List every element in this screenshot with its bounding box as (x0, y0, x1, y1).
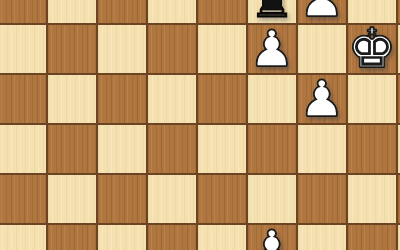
white-pawn-f6[interactable]: ♟ (248, 25, 296, 73)
white-pawn-g7[interactable]: ♟ (298, 0, 346, 23)
square-h6[interactable]: ♚ (348, 25, 396, 73)
square-h5[interactable] (348, 75, 396, 123)
square-h4[interactable] (348, 125, 396, 173)
square-f5[interactable] (248, 75, 296, 123)
square-a3[interactable] (0, 175, 46, 223)
square-c7[interactable] (98, 0, 146, 23)
square-c4[interactable] (98, 125, 146, 173)
square-g4[interactable] (298, 125, 346, 173)
square-a2[interactable] (0, 225, 46, 250)
chess-board: ♜♟♟♚♟♟ (0, 0, 400, 250)
square-d2[interactable] (148, 225, 196, 250)
square-f4[interactable] (248, 125, 296, 173)
square-g7[interactable]: ♟ (298, 0, 346, 23)
chess-board-viewport: ♜♟♟♚♟♟ (0, 0, 400, 250)
square-h2[interactable] (348, 225, 396, 250)
square-d5[interactable] (148, 75, 196, 123)
square-a5[interactable] (0, 75, 46, 123)
square-c5[interactable] (98, 75, 146, 123)
square-c3[interactable] (98, 175, 146, 223)
square-e2[interactable] (198, 225, 246, 250)
square-b6[interactable] (48, 25, 96, 73)
square-d4[interactable] (148, 125, 196, 173)
square-g3[interactable] (298, 175, 346, 223)
square-h3[interactable] (348, 175, 396, 223)
square-f6[interactable]: ♟ (248, 25, 296, 73)
white-pawn-f2[interactable]: ♟ (248, 225, 296, 250)
square-c2[interactable] (98, 225, 146, 250)
square-b3[interactable] (48, 175, 96, 223)
square-b7[interactable] (48, 0, 96, 23)
square-a4[interactable] (0, 125, 46, 173)
white-pawn-g5[interactable]: ♟ (298, 75, 346, 123)
square-a6[interactable] (0, 25, 46, 73)
square-d3[interactable] (148, 175, 196, 223)
square-e4[interactable] (198, 125, 246, 173)
square-a7[interactable] (0, 0, 46, 23)
square-e3[interactable] (198, 175, 246, 223)
square-b5[interactable] (48, 75, 96, 123)
square-g5[interactable]: ♟ (298, 75, 346, 123)
square-f3[interactable] (248, 175, 296, 223)
white-king-h6[interactable]: ♚ (348, 25, 396, 73)
square-c6[interactable] (98, 25, 146, 73)
square-b4[interactable] (48, 125, 96, 173)
square-e5[interactable] (198, 75, 246, 123)
square-g2[interactable] (298, 225, 346, 250)
square-e7[interactable] (198, 0, 246, 23)
square-b2[interactable] (48, 225, 96, 250)
square-g6[interactable] (298, 25, 346, 73)
square-d7[interactable] (148, 0, 196, 23)
square-f2[interactable]: ♟ (248, 225, 296, 250)
square-e6[interactable] (198, 25, 246, 73)
square-d6[interactable] (148, 25, 196, 73)
